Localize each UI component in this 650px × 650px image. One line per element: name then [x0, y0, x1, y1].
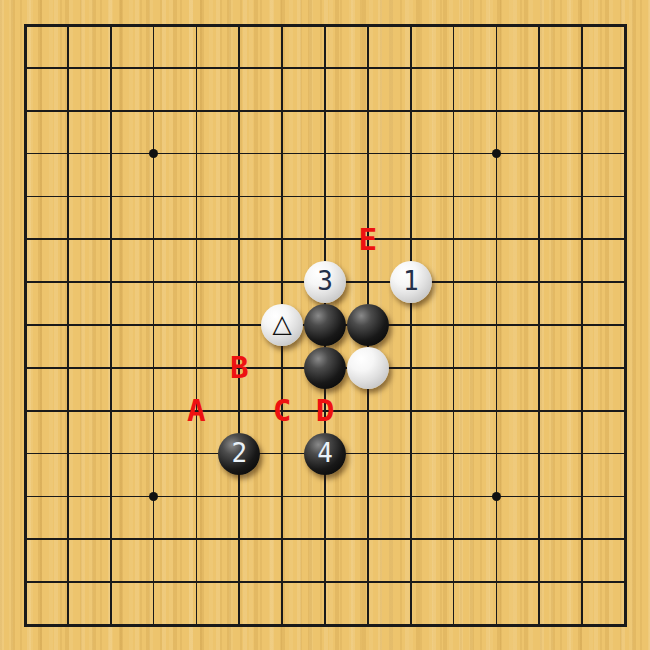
grid-line-vertical-10	[410, 24, 412, 627]
grid-line-horizontal-13	[24, 538, 627, 540]
white-stone-triangle: △	[261, 304, 303, 346]
grid-line-horizontal-15	[24, 624, 627, 627]
point-label-b[interactable]: B	[217, 346, 261, 390]
black-stone	[347, 304, 389, 346]
white-stone-move-1: 1	[390, 261, 432, 303]
star-point-3-11	[149, 492, 158, 501]
black-stone	[304, 304, 346, 346]
grid-line-vertical-11	[453, 24, 455, 627]
move-number: 2	[231, 440, 247, 466]
point-label-e[interactable]: E	[346, 217, 390, 261]
point-label-c[interactable]: C	[260, 389, 304, 433]
black-stone	[304, 347, 346, 389]
grid-line-vertical-13	[538, 24, 540, 627]
move-number: 1	[403, 268, 419, 294]
grid-line-vertical-15	[624, 24, 627, 627]
grid-line-vertical-14	[581, 24, 583, 627]
white-stone	[347, 347, 389, 389]
star-point-3-3	[149, 149, 158, 158]
goban-scene: EBACD31△24	[0, 0, 650, 650]
go-board[interactable]: EBACD31△24	[0, 0, 650, 650]
grid-line-horizontal-14	[24, 581, 627, 583]
grid-line-horizontal-12	[24, 496, 627, 498]
grid-line-vertical-12	[496, 24, 498, 627]
star-point-11-11	[492, 492, 501, 501]
point-label-a[interactable]: A	[174, 389, 218, 433]
point-label-d[interactable]: D	[303, 389, 347, 433]
black-stone-move-4: 4	[304, 433, 346, 475]
star-point-11-3	[492, 149, 501, 158]
move-number: 4	[317, 440, 333, 466]
black-stone-move-2: 2	[218, 433, 260, 475]
move-number: 3	[317, 268, 333, 294]
white-stone-move-3: 3	[304, 261, 346, 303]
triangle-mark-icon: △	[273, 311, 292, 336]
